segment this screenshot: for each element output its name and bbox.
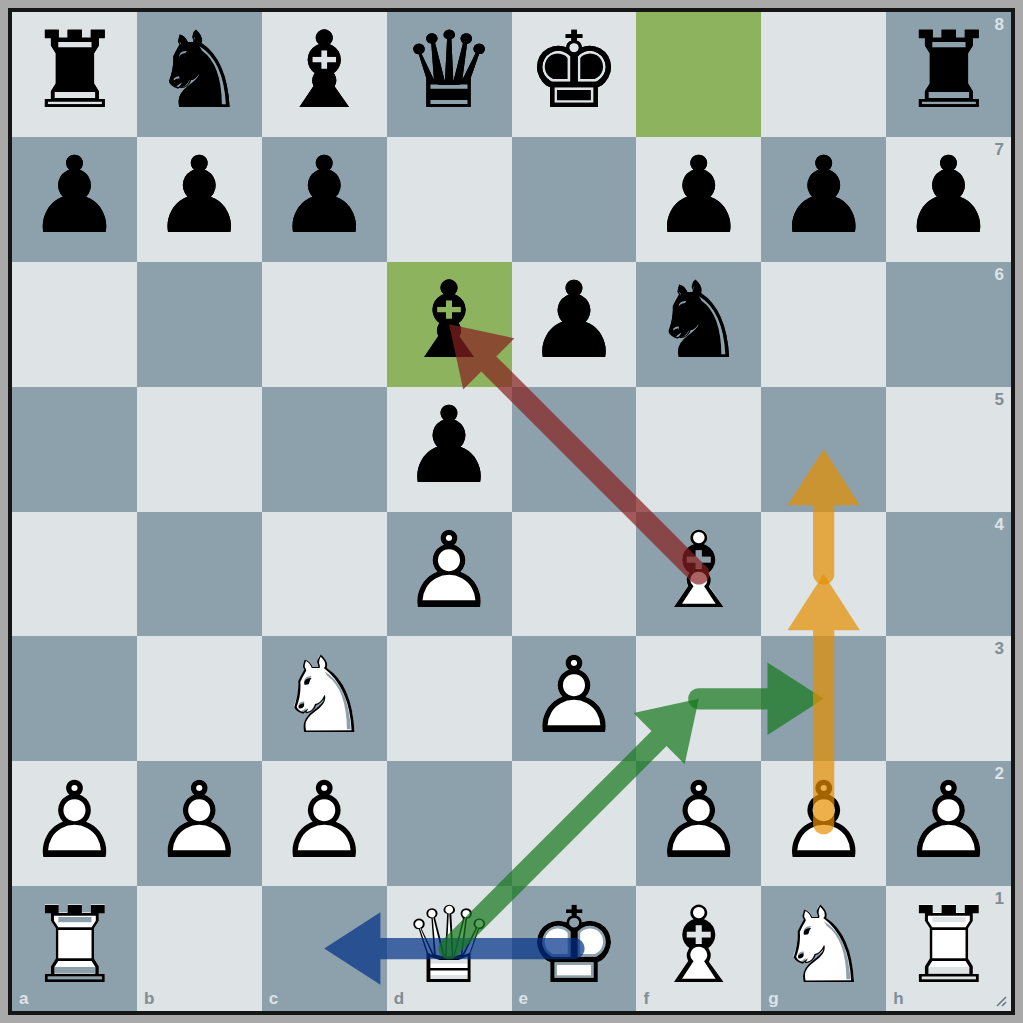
square-a7[interactable]: ♟♙ [12,137,137,262]
square-h8[interactable]: ♜♖8 [886,12,1011,137]
piece-glyph-outline: ♕ [387,883,512,1008]
square-c4[interactable] [262,512,387,637]
square-c3[interactable]: ♞♘ [262,636,387,761]
piece-glyph-outline: ♗ [636,509,761,634]
square-c5[interactable] [262,387,387,512]
piece-black-pawn[interactable]: ♟♙ [761,134,886,259]
piece-glyph-outline: ♖ [12,883,137,1008]
square-g2[interactable]: ♟♙ [761,761,886,886]
piece-glyph-outline: ♙ [262,758,387,883]
piece-black-rook[interactable]: ♜♖ [886,9,1011,134]
piece-glyph-outline: ♔ [512,9,637,134]
piece-black-pawn[interactable]: ♟♙ [512,259,637,384]
square-d4[interactable]: ♟♙ [387,512,512,637]
piece-glyph-outline: ♙ [636,134,761,259]
square-g7[interactable]: ♟♙ [761,137,886,262]
square-g8[interactable] [761,12,886,137]
square-e6[interactable]: ♟♙ [512,262,637,387]
piece-black-knight[interactable]: ♞♘ [137,9,262,134]
square-a6[interactable] [12,262,137,387]
square-b7[interactable]: ♟♙ [137,137,262,262]
coord-rank-8: 8 [995,16,1004,33]
piece-black-pawn[interactable]: ♟♙ [387,384,512,509]
piece-glyph-outline: ♙ [137,134,262,259]
piece-glyph-outline: ♙ [636,758,761,883]
square-a8[interactable]: ♜♖ [12,12,137,137]
coord-rank-4: 4 [995,516,1004,533]
piece-white-knight[interactable]: ♞♘ [262,633,387,758]
square-e1[interactable]: ♚♔e [512,886,637,1011]
piece-glyph-outline: ♘ [636,259,761,384]
square-f1[interactable]: ♝♗f [636,886,761,1011]
chess-board-frame: ♜♖♞♘♝♗♛♕♚♔♜♖8♟♙♟♙♟♙♟♙♟♙♟♙7♝♗♟♙♞♘6♟♙5♟♙♝♗… [8,8,1015,1015]
coord-rank-6: 6 [995,266,1004,283]
piece-glyph-outline: ♙ [262,134,387,259]
piece-glyph-outline: ♗ [262,9,387,134]
piece-black-bishop[interactable]: ♝♗ [262,9,387,134]
piece-white-pawn[interactable]: ♟♙ [12,758,137,883]
square-d6[interactable]: ♝♗ [387,262,512,387]
piece-glyph-outline: ♘ [761,883,886,1008]
piece-black-king[interactable]: ♚♔ [512,9,637,134]
square-a1[interactable]: ♜♖a [12,886,137,1011]
piece-white-pawn[interactable]: ♟♙ [636,758,761,883]
piece-black-pawn[interactable]: ♟♙ [137,134,262,259]
piece-white-pawn[interactable]: ♟♙ [886,758,1011,883]
square-a2[interactable]: ♟♙ [12,761,137,886]
piece-glyph-outline: ♗ [636,883,761,1008]
piece-glyph-outline: ♔ [512,883,637,1008]
square-e7[interactable] [512,137,637,262]
piece-white-knight[interactable]: ♞♘ [761,883,886,1008]
square-f4[interactable]: ♝♗ [636,512,761,637]
square-c8[interactable]: ♝♗ [262,12,387,137]
piece-glyph-outline: ♙ [512,259,637,384]
square-e8[interactable]: ♚♔ [512,12,637,137]
square-h6[interactable]: 6 [886,262,1011,387]
square-g6[interactable] [761,262,886,387]
coord-rank-2: 2 [995,765,1004,782]
board-resize-handle[interactable] [992,992,1008,1008]
piece-white-rook[interactable]: ♜♖ [886,883,1011,1008]
piece-glyph-outline: ♙ [761,758,886,883]
piece-glyph-outline: ♙ [886,758,1011,883]
square-b5[interactable] [137,387,262,512]
piece-black-bishop[interactable]: ♝♗ [387,259,512,384]
coord-file-h: h [893,990,903,1007]
square-b2[interactable]: ♟♙ [137,761,262,886]
piece-black-queen[interactable]: ♛♕ [387,9,512,134]
square-b1[interactable]: b [137,886,262,1011]
square-c1[interactable]: c [262,886,387,1011]
square-e4[interactable] [512,512,637,637]
square-d5[interactable]: ♟♙ [387,387,512,512]
square-f5[interactable] [636,387,761,512]
piece-white-bishop[interactable]: ♝♗ [636,883,761,1008]
piece-white-rook[interactable]: ♜♖ [12,883,137,1008]
square-c2[interactable]: ♟♙ [262,761,387,886]
piece-black-pawn[interactable]: ♟♙ [886,134,1011,259]
piece-glyph-outline: ♖ [886,883,1011,1008]
square-g1[interactable]: ♞♘g [761,886,886,1011]
square-h4[interactable]: 4 [886,512,1011,637]
square-b4[interactable] [137,512,262,637]
coord-file-d: d [394,990,404,1007]
piece-black-pawn[interactable]: ♟♙ [12,134,137,259]
square-e5[interactable] [512,387,637,512]
square-b8[interactable]: ♞♘ [137,12,262,137]
square-f3[interactable] [636,636,761,761]
piece-glyph-outline: ♘ [137,9,262,134]
chess-board: ♜♖♞♘♝♗♛♕♚♔♜♖8♟♙♟♙♟♙♟♙♟♙♟♙7♝♗♟♙♞♘6♟♙5♟♙♝♗… [12,12,1011,1011]
square-f7[interactable]: ♟♙ [636,137,761,262]
piece-black-pawn[interactable]: ♟♙ [262,134,387,259]
coord-file-f: f [643,990,649,1007]
square-b3[interactable] [137,636,262,761]
piece-glyph-outline: ♙ [12,758,137,883]
coord-rank-7: 7 [995,141,1004,158]
square-c6[interactable] [262,262,387,387]
piece-glyph-outline: ♙ [512,633,637,758]
piece-white-pawn[interactable]: ♟♙ [262,758,387,883]
square-e3[interactable]: ♟♙ [512,636,637,761]
square-f8[interactable] [636,12,761,137]
square-g4[interactable] [761,512,886,637]
coord-rank-3: 3 [995,640,1004,657]
coord-file-a: a [19,990,28,1007]
coord-file-c: c [269,990,278,1007]
piece-glyph-outline: ♗ [387,259,512,384]
square-d2[interactable] [387,761,512,886]
coord-rank-1: 1 [995,890,1004,907]
piece-white-king[interactable]: ♚♔ [512,883,637,1008]
square-d3[interactable] [387,636,512,761]
piece-glyph-outline: ♙ [387,384,512,509]
piece-glyph-outline: ♙ [761,134,886,259]
piece-white-bishop[interactable]: ♝♗ [636,509,761,634]
square-g5[interactable] [761,387,886,512]
square-a5[interactable] [12,387,137,512]
piece-white-pawn[interactable]: ♟♙ [512,633,637,758]
piece-glyph-outline: ♙ [137,758,262,883]
piece-glyph-outline: ♙ [886,134,1011,259]
square-e2[interactable] [512,761,637,886]
piece-glyph-outline: ♘ [262,633,387,758]
coord-file-e: e [519,990,528,1007]
square-a3[interactable] [12,636,137,761]
piece-black-knight[interactable]: ♞♘ [636,259,761,384]
coord-file-g: g [768,990,778,1007]
square-f2[interactable]: ♟♙ [636,761,761,886]
piece-glyph-outline: ♙ [387,509,512,634]
square-h3[interactable]: 3 [886,636,1011,761]
square-c7[interactable]: ♟♙ [262,137,387,262]
coord-file-b: b [144,990,154,1007]
square-d1[interactable]: ♛♕d [387,886,512,1011]
square-g3[interactable] [761,636,886,761]
square-b6[interactable] [137,262,262,387]
square-f6[interactable]: ♞♘ [636,262,761,387]
square-d7[interactable] [387,137,512,262]
page-background: { "game": "chess", "orientation": "white… [0,0,1023,1023]
piece-white-pawn[interactable]: ♟♙ [761,758,886,883]
piece-glyph-outline: ♙ [12,134,137,259]
square-h2[interactable]: ♟♙2 [886,761,1011,886]
square-h5[interactable]: 5 [886,387,1011,512]
square-a4[interactable] [12,512,137,637]
piece-black-rook[interactable]: ♜♖ [12,9,137,134]
piece-glyph-outline: ♖ [886,9,1011,134]
piece-white-pawn[interactable]: ♟♙ [137,758,262,883]
piece-white-queen[interactable]: ♛♕ [387,883,512,1008]
square-h7[interactable]: ♟♙7 [886,137,1011,262]
coord-rank-5: 5 [995,391,1004,408]
piece-white-pawn[interactable]: ♟♙ [387,509,512,634]
piece-glyph-outline: ♖ [12,9,137,134]
piece-glyph-outline: ♕ [387,9,512,134]
square-d8[interactable]: ♛♕ [387,12,512,137]
piece-black-pawn[interactable]: ♟♙ [636,134,761,259]
